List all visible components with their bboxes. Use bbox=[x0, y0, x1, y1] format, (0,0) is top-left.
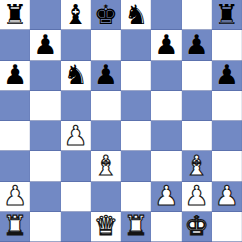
black-rook-piece: ♜ bbox=[3, 1, 27, 28]
square-b2[interactable] bbox=[30, 182, 60, 212]
white-pawn-piece: ♟ bbox=[185, 182, 209, 209]
square-a4[interactable] bbox=[0, 121, 30, 151]
square-b7[interactable]: ♟ bbox=[30, 30, 60, 60]
black-king-piece: ♚ bbox=[94, 1, 118, 28]
square-f7[interactable]: ♟ bbox=[151, 30, 181, 60]
square-f8[interactable] bbox=[151, 0, 181, 30]
white-pawn-piece: ♟ bbox=[215, 182, 239, 209]
black-pawn-piece: ♟ bbox=[154, 31, 178, 58]
square-g2[interactable]: ♟ bbox=[182, 182, 212, 212]
square-b5[interactable] bbox=[30, 91, 60, 121]
square-c8[interactable]: ♝ bbox=[61, 0, 91, 30]
black-pawn-piece: ♟ bbox=[215, 61, 239, 88]
square-e4[interactable] bbox=[121, 121, 151, 151]
white-queen-piece: ♛ bbox=[94, 212, 118, 239]
white-rook-piece: ♜ bbox=[124, 212, 148, 239]
square-e7[interactable] bbox=[121, 30, 151, 60]
square-f1[interactable] bbox=[151, 212, 181, 242]
square-e8[interactable]: ♞ bbox=[121, 0, 151, 30]
black-pawn-piece: ♟ bbox=[33, 31, 57, 58]
square-a2[interactable]: ♟ bbox=[0, 182, 30, 212]
square-b1[interactable] bbox=[30, 212, 60, 242]
black-knight-piece: ♞ bbox=[124, 1, 148, 28]
square-h8[interactable]: ♜ bbox=[212, 0, 242, 30]
white-king-piece: ♚ bbox=[185, 212, 209, 239]
square-b3[interactable] bbox=[30, 151, 60, 181]
square-d8[interactable]: ♚ bbox=[91, 0, 121, 30]
square-c6[interactable]: ♞ bbox=[61, 61, 91, 91]
square-g7[interactable]: ♟ bbox=[182, 30, 212, 60]
square-f4[interactable] bbox=[151, 121, 181, 151]
square-d4[interactable] bbox=[91, 121, 121, 151]
square-f2[interactable]: ♟ bbox=[151, 182, 181, 212]
black-pawn-piece: ♟ bbox=[94, 61, 118, 88]
square-a8[interactable]: ♜ bbox=[0, 0, 30, 30]
square-h5[interactable] bbox=[212, 91, 242, 121]
square-h3[interactable] bbox=[212, 151, 242, 181]
white-bishop-piece: ♝ bbox=[185, 152, 209, 179]
square-h2[interactable]: ♟ bbox=[212, 182, 242, 212]
square-f5[interactable] bbox=[151, 91, 181, 121]
square-d3[interactable]: ♝ bbox=[91, 151, 121, 181]
black-pawn-piece: ♟ bbox=[3, 61, 27, 88]
square-c4[interactable]: ♟ bbox=[61, 121, 91, 151]
square-a7[interactable] bbox=[0, 30, 30, 60]
square-d6[interactable]: ♟ bbox=[91, 61, 121, 91]
black-rook-piece: ♜ bbox=[215, 1, 239, 28]
black-bishop-piece: ♝ bbox=[64, 1, 88, 28]
square-h4[interactable] bbox=[212, 121, 242, 151]
square-g1[interactable]: ♚ bbox=[182, 212, 212, 242]
square-g5[interactable] bbox=[182, 91, 212, 121]
white-rook-piece: ♜ bbox=[3, 212, 27, 239]
square-g8[interactable] bbox=[182, 0, 212, 30]
square-d2[interactable] bbox=[91, 182, 121, 212]
square-g3[interactable]: ♝ bbox=[182, 151, 212, 181]
square-f6[interactable] bbox=[151, 61, 181, 91]
square-a1[interactable]: ♜ bbox=[0, 212, 30, 242]
square-c7[interactable] bbox=[61, 30, 91, 60]
white-bishop-piece: ♝ bbox=[94, 152, 118, 179]
black-knight-piece: ♞ bbox=[64, 61, 88, 88]
square-d1[interactable]: ♛ bbox=[91, 212, 121, 242]
square-c2[interactable] bbox=[61, 182, 91, 212]
chess-board: ♜♝♚♞♜♟♟♟♟♞♟♟♟♝♝♟♟♟♟♜♛♜♚ bbox=[0, 0, 242, 242]
square-g6[interactable] bbox=[182, 61, 212, 91]
square-h6[interactable]: ♟ bbox=[212, 61, 242, 91]
square-b4[interactable] bbox=[30, 121, 60, 151]
square-c5[interactable] bbox=[61, 91, 91, 121]
square-d5[interactable] bbox=[91, 91, 121, 121]
white-pawn-piece: ♟ bbox=[3, 182, 27, 209]
square-e3[interactable] bbox=[121, 151, 151, 181]
black-pawn-piece: ♟ bbox=[185, 31, 209, 58]
square-h1[interactable] bbox=[212, 212, 242, 242]
square-d7[interactable] bbox=[91, 30, 121, 60]
square-f3[interactable] bbox=[151, 151, 181, 181]
white-pawn-piece: ♟ bbox=[154, 182, 178, 209]
square-h7[interactable] bbox=[212, 30, 242, 60]
square-a6[interactable]: ♟ bbox=[0, 61, 30, 91]
square-g4[interactable] bbox=[182, 121, 212, 151]
square-e1[interactable]: ♜ bbox=[121, 212, 151, 242]
square-a3[interactable] bbox=[0, 151, 30, 181]
white-pawn-piece: ♟ bbox=[64, 122, 88, 149]
square-e6[interactable] bbox=[121, 61, 151, 91]
square-b6[interactable] bbox=[30, 61, 60, 91]
square-e2[interactable] bbox=[121, 182, 151, 212]
square-c1[interactable] bbox=[61, 212, 91, 242]
square-b8[interactable] bbox=[30, 0, 60, 30]
square-c3[interactable] bbox=[61, 151, 91, 181]
square-e5[interactable] bbox=[121, 91, 151, 121]
square-a5[interactable] bbox=[0, 91, 30, 121]
